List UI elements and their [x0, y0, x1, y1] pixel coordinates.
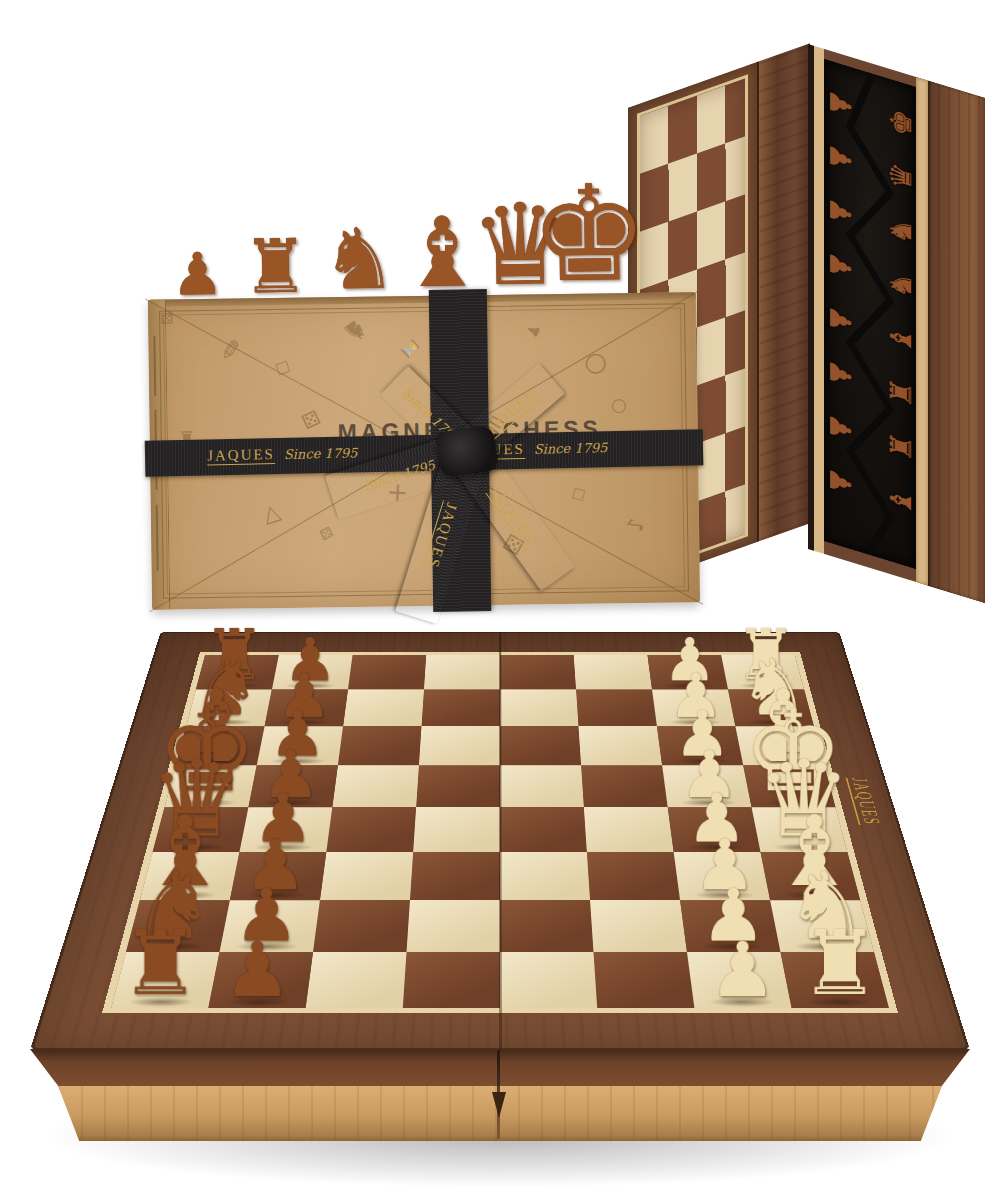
- square-f6: [338, 726, 422, 765]
- square-c4: [500, 852, 590, 900]
- square-f4: [500, 726, 581, 765]
- square-a8: ♜: [111, 952, 219, 1008]
- square-d5: [413, 807, 500, 852]
- square-a7: ♟: [208, 952, 313, 1008]
- square-b4: [500, 900, 593, 952]
- square-g5: [422, 689, 500, 726]
- chess-board: ♜♟♟♜♞♟♟♞♝♟♟♝♚♟♟♚♛♟♟♛♝♟♟♝♞♟♟♞♜♟♟♜ JAQUES: [30, 632, 970, 1050]
- square-c6: [320, 852, 413, 900]
- square-f5: [419, 726, 500, 765]
- square-e5: [416, 765, 500, 807]
- board-front-bevel: [30, 1049, 970, 1086]
- square-b5: [407, 900, 500, 952]
- square-e4: [500, 765, 584, 807]
- square-g3: [576, 689, 657, 726]
- piece-white-rook-a1: ♜: [800, 921, 880, 1006]
- square-a4: [500, 952, 597, 1008]
- square-c5: [410, 852, 500, 900]
- square-a5: [403, 952, 500, 1008]
- square-a2: ♟: [687, 952, 792, 1008]
- square-e3: [581, 765, 668, 807]
- square-d6: [326, 807, 416, 852]
- board-fold-notch: [492, 1092, 506, 1118]
- square-g4: [500, 689, 578, 726]
- chess-board-scene: ♜♟♟♜♞♟♟♞♝♟♟♝♚♟♟♚♛♟♟♛♝♟♟♝♞♟♟♞♜♟♟♜ JAQUES: [30, 110, 970, 1050]
- piece-black-pawn-a7: ♟: [223, 934, 291, 1006]
- square-h3: [574, 655, 652, 690]
- square-h6: [348, 655, 426, 690]
- square-c3: [587, 852, 680, 900]
- piece-black-rook-a8: ♜: [120, 921, 200, 1006]
- square-d3: [584, 807, 674, 852]
- square-b3: [590, 900, 687, 952]
- square-h4: [500, 655, 576, 690]
- piece-white-pawn-a2: ♟: [709, 934, 777, 1006]
- square-b6: [313, 900, 410, 952]
- square-g6: [343, 689, 424, 726]
- square-a1: ♜: [780, 952, 888, 1008]
- square-d4: [500, 807, 587, 852]
- square-h5: [424, 655, 500, 690]
- square-a6: [306, 952, 407, 1008]
- square-a3: [593, 952, 694, 1008]
- square-e6: [332, 765, 419, 807]
- square-f3: [578, 726, 662, 765]
